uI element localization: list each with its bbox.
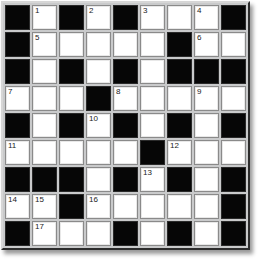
- cell-r7c7: [167, 167, 192, 192]
- cell-r3c6[interactable]: [140, 59, 165, 84]
- clue-number: 14: [8, 196, 17, 204]
- clue-number: 12: [170, 142, 179, 150]
- cell-r6c7[interactable]: 12: [167, 140, 192, 165]
- cell-r8c2[interactable]: 15: [32, 194, 57, 219]
- cell-r2c3[interactable]: [59, 32, 84, 57]
- cell-r7c1: [5, 167, 30, 192]
- cell-r2c6[interactable]: [140, 32, 165, 57]
- cell-r9c1: [5, 221, 30, 246]
- cell-r9c9: [221, 221, 246, 246]
- clue-number: 6: [197, 34, 201, 42]
- cell-r4c3[interactable]: [59, 86, 84, 111]
- cell-r2c7: [167, 32, 192, 57]
- cell-r9c2[interactable]: 17: [32, 221, 57, 246]
- cell-r4c2[interactable]: [32, 86, 57, 111]
- cell-r1c5: [113, 5, 138, 30]
- cell-r6c9[interactable]: [221, 140, 246, 165]
- cell-r2c1: [5, 32, 30, 57]
- cell-r8c4[interactable]: 16: [86, 194, 111, 219]
- cell-r1c3: [59, 5, 84, 30]
- cell-r5c8[interactable]: [194, 113, 219, 138]
- clue-number: 10: [89, 115, 98, 123]
- clue-number: 16: [89, 196, 98, 204]
- cell-r4c4: [86, 86, 111, 111]
- cell-r1c4[interactable]: 2: [86, 5, 111, 30]
- cell-r7c5: [113, 167, 138, 192]
- cell-r8c1[interactable]: 14: [5, 194, 30, 219]
- cell-r6c3[interactable]: [59, 140, 84, 165]
- cell-r9c4[interactable]: [86, 221, 111, 246]
- cell-r6c8[interactable]: [194, 140, 219, 165]
- cell-r3c5: [113, 59, 138, 84]
- clue-number: 9: [197, 88, 201, 96]
- cell-r4c7[interactable]: [167, 86, 192, 111]
- cell-r1c6[interactable]: 3: [140, 5, 165, 30]
- cell-r8c5[interactable]: [113, 194, 138, 219]
- cell-r3c3: [59, 59, 84, 84]
- cell-r2c4[interactable]: [86, 32, 111, 57]
- cell-r7c3: [59, 167, 84, 192]
- clue-number: 4: [197, 7, 201, 15]
- cell-r4c8[interactable]: 9: [194, 86, 219, 111]
- cell-r9c3[interactable]: [59, 221, 84, 246]
- cell-r2c8[interactable]: 6: [194, 32, 219, 57]
- cell-r6c2[interactable]: [32, 140, 57, 165]
- crossword-grid: 1234567891011121314151617: [1, 1, 250, 250]
- cell-r6c1[interactable]: 11: [5, 140, 30, 165]
- cell-r4c6[interactable]: [140, 86, 165, 111]
- cell-r5c5: [113, 113, 138, 138]
- cell-r1c7[interactable]: [167, 5, 192, 30]
- cell-r2c2[interactable]: 5: [32, 32, 57, 57]
- crossword-board: 1234567891011121314151617: [1, 1, 250, 250]
- clue-number: 3: [143, 7, 147, 15]
- clue-number: 2: [89, 7, 93, 15]
- cell-r3c2[interactable]: [32, 59, 57, 84]
- cell-r2c9[interactable]: [221, 32, 246, 57]
- cell-r8c6[interactable]: [140, 194, 165, 219]
- cell-r9c6[interactable]: [140, 221, 165, 246]
- clue-number: 17: [35, 223, 44, 231]
- cell-r5c4[interactable]: 10: [86, 113, 111, 138]
- cell-r8c3: [59, 194, 84, 219]
- clue-number: 13: [143, 169, 152, 177]
- cell-r4c5[interactable]: 8: [113, 86, 138, 111]
- cell-r9c8[interactable]: [194, 221, 219, 246]
- clue-number: 1: [35, 7, 39, 15]
- clue-number: 11: [8, 142, 16, 150]
- cell-r1c2[interactable]: 1: [32, 5, 57, 30]
- cell-r1c9: [221, 5, 246, 30]
- cell-r7c8[interactable]: [194, 167, 219, 192]
- cell-r5c7: [167, 113, 192, 138]
- cell-r3c8: [194, 59, 219, 84]
- cell-r8c9: [221, 194, 246, 219]
- cell-r6c4[interactable]: [86, 140, 111, 165]
- cell-r3c7: [167, 59, 192, 84]
- clue-number: 7: [8, 88, 12, 96]
- cell-r4c1[interactable]: 7: [5, 86, 30, 111]
- cell-r3c1: [5, 59, 30, 84]
- cell-r2c5[interactable]: [113, 32, 138, 57]
- cell-r9c5: [113, 221, 138, 246]
- cell-r3c9: [221, 59, 246, 84]
- cell-r5c2[interactable]: [32, 113, 57, 138]
- cell-r9c7: [167, 221, 192, 246]
- cell-r7c6[interactable]: 13: [140, 167, 165, 192]
- cell-r1c8[interactable]: 4: [194, 5, 219, 30]
- cell-r1c1: [5, 5, 30, 30]
- cell-r5c9: [221, 113, 246, 138]
- clue-number: 5: [35, 34, 39, 42]
- cell-r4c9[interactable]: [221, 86, 246, 111]
- cell-r7c2: [32, 167, 57, 192]
- cell-r3c4[interactable]: [86, 59, 111, 84]
- cell-r5c3: [59, 113, 84, 138]
- cell-r5c1: [5, 113, 30, 138]
- cell-r6c6: [140, 140, 165, 165]
- cell-r8c7[interactable]: [167, 194, 192, 219]
- cell-r6c5[interactable]: [113, 140, 138, 165]
- cell-r5c6[interactable]: [140, 113, 165, 138]
- cell-r8c8[interactable]: [194, 194, 219, 219]
- clue-number: 8: [116, 88, 120, 96]
- cell-r7c4[interactable]: [86, 167, 111, 192]
- clue-number: 15: [35, 196, 44, 204]
- cell-r7c9: [221, 167, 246, 192]
